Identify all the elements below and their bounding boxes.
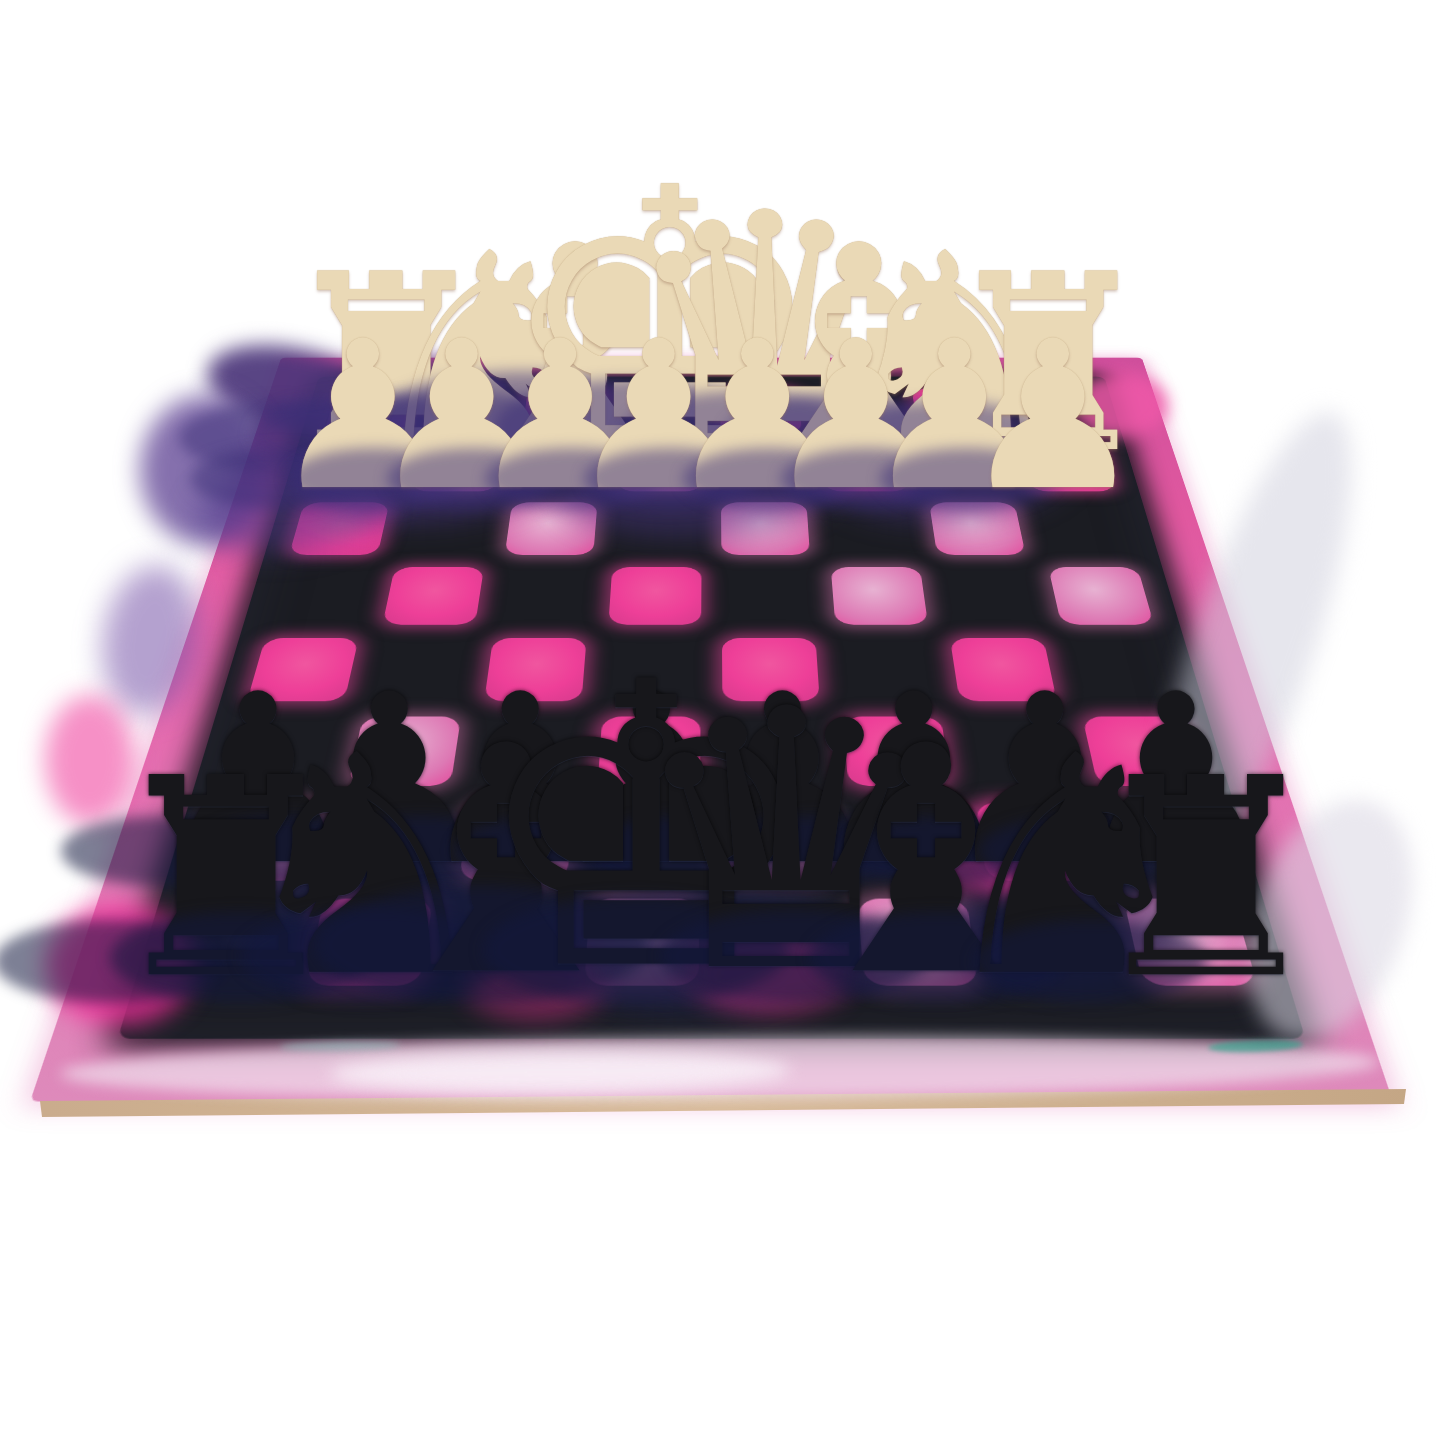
pieces-layer: ♜♞♝♚♛♝♞♜♟♟♟♟♟♟♟♟♟♟♟♟♟♟♟♟♜♞♝♚♛♝♞♜: [0, 0, 1445, 1445]
photo-stage: ♜♞♝♚♛♝♞♜♟♟♟♟♟♟♟♟♟♟♟♟♟♟♟♟♜♞♝♚♛♝♞♜: [0, 0, 1445, 1445]
piece-black-rook-a8: ♜: [1083, 742, 1329, 1016]
piece-white-pawn-a2: ♟: [961, 314, 1145, 519]
